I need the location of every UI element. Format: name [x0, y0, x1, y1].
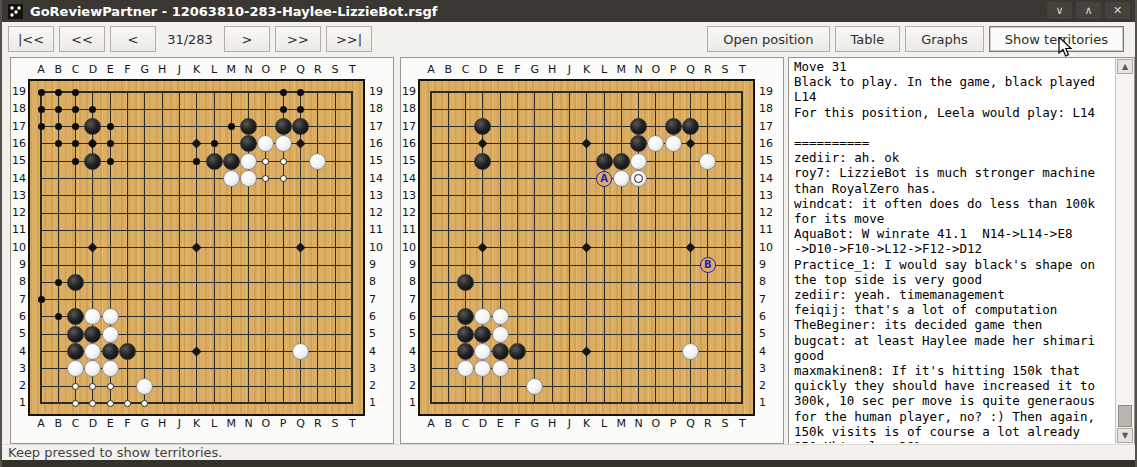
coord-number-15-left: 15 [401, 154, 416, 167]
grid-line [351, 91, 353, 404]
coord-number-4-left: 4 [11, 345, 26, 358]
window-controls: ∨ ∧ ✕ [1047, 2, 1130, 19]
app-window: GoReviewPartner - 12063810-283-Haylee-Li… [0, 0, 1137, 467]
territory-dot-white-G1 [141, 400, 148, 407]
coord-number-13-left: 13 [401, 189, 416, 202]
scrollbar-thumb[interactable] [1118, 405, 1132, 427]
maximize-window-button[interactable]: ∧ [1076, 2, 1101, 19]
stone-black-L15 [206, 153, 223, 170]
stone-black-L15 [596, 153, 613, 170]
stone-black-N16 [630, 135, 647, 152]
coord-number-9-right: 9 [369, 258, 389, 271]
coord-number-2-left: 2 [401, 379, 416, 392]
coord-letter-J-bottom: J [560, 417, 578, 430]
coord-number-15-right: 15 [759, 154, 779, 167]
go-board-surface[interactable]: AB [418, 79, 755, 416]
territory-dot-white-E2 [107, 383, 114, 390]
coord-number-1-right: 1 [759, 396, 779, 409]
coord-number-8-right: 8 [759, 275, 779, 288]
grid-line [707, 91, 708, 404]
stone-white-D3 [474, 360, 491, 377]
coord-number-6-right: 6 [759, 310, 779, 323]
stone-white-P16 [275, 135, 292, 152]
coord-letter-K-bottom: K [188, 417, 206, 430]
coord-number-14-right: 14 [369, 172, 389, 185]
coord-number-5-left: 5 [401, 327, 416, 340]
coord-number-11-right: 11 [759, 223, 779, 236]
forward-10-moves-button[interactable]: >> [275, 26, 321, 52]
stone-black-C6 [67, 308, 84, 325]
grid-line [40, 299, 353, 300]
comment-scrollbar[interactable]: ▲ ▼ [1115, 58, 1134, 444]
coord-number-18-left: 18 [401, 102, 416, 115]
coord-letter-A-top: A [422, 63, 440, 76]
grid-line [40, 402, 353, 404]
stone-black-P17 [665, 118, 682, 135]
coord-number-11-left: 11 [11, 223, 26, 236]
coord-letter-L-top: L [205, 63, 223, 76]
coord-letter-T-top: T [733, 63, 751, 76]
coord-number-16-left: 16 [401, 137, 416, 150]
coord-letter-T-bottom: T [733, 417, 751, 430]
grid-line [40, 282, 353, 283]
territory-dot-black-C15 [72, 158, 79, 165]
territory-dot-black-P18 [280, 106, 287, 113]
coord-number-1-right: 1 [369, 396, 389, 409]
coord-number-19-right: 19 [369, 85, 389, 98]
coord-number-3-left: 3 [11, 362, 26, 375]
territory-dot-black-C19 [72, 89, 79, 96]
territory-dot-white-P15 [280, 158, 287, 165]
territory-dot-black-B18 [55, 106, 62, 113]
star-point [686, 139, 696, 149]
territory-dot-black-L16 [211, 140, 218, 147]
coord-number-16-right: 16 [369, 137, 389, 150]
coord-number-1-left: 1 [11, 396, 26, 409]
coord-letter-O-top: O [257, 63, 275, 76]
territory-dot-white-F1 [124, 400, 131, 407]
coord-number-17-right: 17 [369, 120, 389, 133]
comment-text: Move 31 Black to play. In the game, blac… [794, 59, 1116, 443]
coord-number-4-right: 4 [369, 345, 389, 358]
coord-number-13-right: 13 [759, 189, 779, 202]
coord-letter-J-bottom: J [170, 417, 188, 430]
coord-letter-D-top: D [474, 63, 492, 76]
coord-number-5-right: 5 [369, 327, 389, 340]
star-point [686, 243, 696, 253]
coord-number-17-left: 17 [401, 120, 416, 133]
coord-letter-Q-bottom: Q [292, 417, 310, 430]
grid-line [214, 91, 215, 404]
stone-black-Q17 [682, 118, 699, 135]
coord-letter-A-bottom: A [422, 417, 440, 430]
territory-dot-black-B17 [55, 123, 62, 130]
coord-letter-E-top: E [491, 63, 509, 76]
grid-line [430, 265, 743, 266]
territory-dot-black-C16 [72, 140, 79, 147]
coord-letter-G-bottom: G [526, 417, 544, 430]
coord-letter-K-top: K [188, 63, 206, 76]
coord-letter-F-bottom: F [509, 417, 527, 430]
territory-dot-black-C17 [72, 123, 79, 130]
stone-white-R15 [699, 153, 716, 170]
coord-letter-E-bottom: E [101, 417, 119, 430]
territory-dot-white-C1 [72, 400, 79, 407]
coord-letter-P-bottom: P [664, 417, 682, 430]
stone-white-E6 [102, 308, 119, 325]
coord-letter-L-bottom: L [595, 417, 613, 430]
coord-number-14-left: 14 [11, 172, 26, 185]
close-window-button[interactable]: ✕ [1105, 2, 1130, 19]
go-board-surface[interactable] [28, 79, 365, 416]
stone-black-M15 [223, 153, 240, 170]
coord-letter-C-top: C [457, 63, 475, 76]
analysis-go-board: AB AA1919BB1818CC1717DD1616EE1515FF1414G… [401, 58, 783, 443]
coord-letter-S-top: S [716, 63, 734, 76]
coord-number-6-right: 6 [369, 310, 389, 323]
toolbar: |<< << < 31/283 > >> >>| Open position T… [2, 22, 1135, 56]
coord-letter-P-top: P [274, 63, 292, 76]
coord-letter-B-bottom: B [439, 417, 457, 430]
coord-number-4-left: 4 [401, 345, 416, 358]
stone-white-M14 [223, 170, 240, 187]
coord-letter-G-top: G [136, 63, 154, 76]
stone-black-D5 [474, 326, 491, 343]
coord-number-12-left: 12 [401, 206, 416, 219]
territory-dot-white-P14 [280, 175, 287, 182]
coord-number-10-left: 10 [401, 241, 416, 254]
coord-letter-C-top: C [67, 63, 85, 76]
grid-line [335, 91, 336, 404]
coord-letter-C-bottom: C [67, 417, 85, 430]
territory-dot-black-D18 [89, 106, 96, 113]
coord-letter-O-bottom: O [257, 417, 275, 430]
stone-white-E3 [492, 360, 509, 377]
coord-letter-H-top: H [153, 63, 171, 76]
goto-first-move-button[interactable]: |<< [8, 26, 54, 52]
coord-letter-E-top: E [101, 63, 119, 76]
stone-black-C8 [457, 274, 474, 291]
stone-white-P16 [665, 135, 682, 152]
show-territories-button[interactable]: Show territories [989, 26, 1124, 52]
coord-number-7-left: 7 [11, 293, 26, 306]
coord-number-11-right: 11 [369, 223, 389, 236]
coord-number-7-right: 7 [759, 293, 779, 306]
coord-number-9-right: 9 [759, 258, 779, 271]
coord-letter-G-bottom: G [136, 417, 154, 430]
coord-letter-R-top: R [309, 63, 327, 76]
goto-last-move-button[interactable]: >>| [326, 26, 372, 52]
stone-white-D6 [474, 308, 491, 325]
stone-white-E5 [102, 326, 119, 343]
grid-line [430, 282, 743, 283]
coord-number-6-left: 6 [11, 310, 26, 323]
stone-black-E4 [102, 343, 119, 360]
grid-line [231, 91, 232, 404]
analysis-board-panel: AB AA1919BB1818CC1717DD1616EE1515FF1414G… [400, 57, 784, 444]
territory-dot-black-A19 [38, 89, 45, 96]
coord-number-8-left: 8 [401, 275, 416, 288]
star-point [582, 347, 592, 357]
coord-letter-T-bottom: T [343, 417, 361, 430]
star-point [192, 139, 202, 149]
coord-number-3-right: 3 [369, 362, 389, 375]
grid-line [725, 91, 726, 404]
stone-black-E4 [492, 343, 509, 360]
grid-line [430, 402, 743, 404]
territory-dot-white-C2 [72, 383, 79, 390]
coord-number-11-left: 11 [401, 223, 416, 236]
grid-line [741, 91, 743, 404]
coord-letter-J-top: J [170, 63, 188, 76]
open-position-button[interactable]: Open position [707, 26, 829, 52]
territory-dot-black-A7 [38, 296, 45, 303]
back-one-move-button[interactable]: < [110, 26, 156, 52]
territory-dot-black-B19 [55, 89, 62, 96]
stone-black-D15 [84, 153, 101, 170]
coord-number-9-left: 9 [401, 258, 416, 271]
coord-number-15-right: 15 [369, 154, 389, 167]
stone-black-M15 [613, 153, 630, 170]
coord-letter-R-bottom: R [309, 417, 327, 430]
coord-letter-D-bottom: D [84, 417, 102, 430]
coord-number-4-right: 4 [759, 345, 779, 358]
stone-black-N17 [630, 118, 647, 135]
coord-number-10-right: 10 [759, 241, 779, 254]
stone-black-D17 [474, 118, 491, 135]
coord-letter-A-bottom: A [32, 417, 50, 430]
stone-black-D5 [84, 326, 101, 343]
scroll-up-arrow[interactable]: ▲ [1117, 59, 1133, 74]
star-point [296, 139, 306, 149]
stone-white-M14 [613, 170, 630, 187]
coord-letter-O-top: O [647, 63, 665, 76]
coord-letter-S-bottom: S [716, 417, 734, 430]
territory-dot-black-P19 [280, 89, 287, 96]
coord-number-8-right: 8 [369, 275, 389, 288]
coord-number-14-right: 14 [759, 172, 779, 185]
coord-number-12-right: 12 [369, 206, 389, 219]
grid-line [430, 299, 743, 300]
coord-letter-N-top: N [630, 63, 648, 76]
coord-number-15-left: 15 [11, 154, 26, 167]
coord-number-9-left: 9 [11, 258, 26, 271]
variation-label-A: A [596, 171, 612, 187]
action-buttons: Open position Table Graphs Show territor… [707, 26, 1129, 52]
stone-white-O16 [647, 135, 664, 152]
coord-letter-B-top: B [49, 63, 67, 76]
stone-white-E3 [102, 360, 119, 377]
stone-black-C8 [67, 274, 84, 291]
title-bar: GoReviewPartner - 12063810-283-Haylee-Li… [2, 0, 1135, 22]
territory-dot-black-C18 [72, 106, 79, 113]
coord-letter-Q-bottom: Q [682, 417, 700, 430]
coord-letter-K-top: K [578, 63, 596, 76]
back-10-moves-button[interactable]: << [59, 26, 105, 52]
territory-dot-black-Q19 [297, 89, 304, 96]
grid-line [317, 91, 318, 404]
territory-dot-black-B8 [55, 279, 62, 286]
coord-letter-R-bottom: R [699, 417, 717, 430]
coord-letter-D-top: D [84, 63, 102, 76]
coord-number-3-left: 3 [401, 362, 416, 375]
stone-white-D4 [84, 343, 101, 360]
coord-number-18-right: 18 [759, 102, 779, 115]
coord-number-19-left: 19 [401, 85, 416, 98]
coord-number-17-right: 17 [759, 120, 779, 133]
coord-number-13-right: 13 [369, 189, 389, 202]
stone-white-E6 [492, 308, 509, 325]
stone-white-N15 [240, 153, 257, 170]
stone-white-Q4 [682, 343, 699, 360]
table-button[interactable]: Table [835, 26, 901, 52]
window-bottom-edge [2, 460, 1135, 467]
territory-dot-black-E15 [107, 158, 114, 165]
grid-line [621, 91, 622, 404]
coord-number-17-left: 17 [11, 120, 26, 133]
star-point [192, 243, 202, 253]
move-counter: 31/283 [161, 32, 219, 47]
coord-letter-G-top: G [526, 63, 544, 76]
coord-letter-T-top: T [343, 63, 361, 76]
coord-number-14-left: 14 [401, 172, 416, 185]
stone-white-C3 [67, 360, 84, 377]
coord-number-6-left: 6 [401, 310, 416, 323]
stone-black-P17 [275, 118, 292, 135]
coord-letter-S-top: S [326, 63, 344, 76]
stone-black-C4 [457, 343, 474, 360]
stone-black-D15 [474, 153, 491, 170]
coord-letter-L-top: L [595, 63, 613, 76]
graphs-button[interactable]: Graphs [905, 26, 984, 52]
coord-letter-J-top: J [560, 63, 578, 76]
grid-line [40, 386, 353, 387]
coord-number-18-left: 18 [11, 102, 26, 115]
coord-number-12-right: 12 [759, 206, 779, 219]
territory-dot-black-E17 [107, 123, 114, 130]
forward-one-move-button[interactable]: > [224, 26, 270, 52]
territory-dot-black-B16 [55, 140, 62, 147]
coord-number-12-left: 12 [11, 206, 26, 219]
coord-number-5-left: 5 [11, 327, 26, 340]
window-title: GoReviewPartner - 12063810-283-Haylee-Li… [30, 4, 437, 19]
shade-window-button[interactable]: ∨ [1047, 2, 1072, 19]
coord-number-1-left: 1 [401, 396, 416, 409]
coord-number-10-right: 10 [369, 241, 389, 254]
coord-letter-D-bottom: D [474, 417, 492, 430]
star-point [88, 243, 98, 253]
grid-line [604, 91, 605, 404]
star-point [478, 243, 488, 253]
coord-number-16-left: 16 [11, 137, 26, 150]
coord-number-19-right: 19 [759, 85, 779, 98]
territory-dot-black-M17 [228, 123, 235, 130]
coord-letter-R-top: R [699, 63, 717, 76]
coord-letter-P-top: P [664, 63, 682, 76]
stone-black-F4 [119, 343, 136, 360]
stone-black-C5 [457, 326, 474, 343]
territory-dot-black-B6 [55, 313, 62, 320]
coord-letter-N-top: N [240, 63, 258, 76]
stone-white-D4 [474, 343, 491, 360]
main-board-panel: AA1919BB1818CC1717DD1616EE1515FF1414GG13… [10, 57, 394, 444]
coord-letter-H-top: H [543, 63, 561, 76]
territory-dot-white-O15 [262, 158, 269, 165]
territory-dot-black-E16 [107, 140, 114, 147]
coord-number-13-left: 13 [11, 189, 26, 202]
coord-letter-B-bottom: B [49, 417, 67, 430]
coord-letter-M-bottom: M [612, 417, 630, 430]
grid-line [40, 265, 353, 266]
stone-white-R15 [309, 153, 326, 170]
coord-number-18-right: 18 [369, 102, 389, 115]
main-go-board: AA1919BB1818CC1717DD1616EE1515FF1414GG13… [11, 58, 393, 443]
coord-letter-Q-top: Q [292, 63, 310, 76]
stone-black-C6 [457, 308, 474, 325]
territory-dot-black-K15 [193, 158, 200, 165]
grid-line [430, 386, 743, 387]
coord-letter-O-bottom: O [647, 417, 665, 430]
stone-white-E5 [492, 326, 509, 343]
stone-black-N17 [240, 118, 257, 135]
coord-number-8-left: 8 [11, 275, 26, 288]
coord-number-19-left: 19 [11, 85, 26, 98]
coord-letter-S-bottom: S [326, 417, 344, 430]
territory-dot-white-E1 [107, 400, 114, 407]
territory-dot-black-Q18 [297, 106, 304, 113]
territory-dot-white-O14 [262, 175, 269, 182]
star-point [582, 139, 592, 149]
coord-number-5-right: 5 [759, 327, 779, 340]
stone-black-N16 [240, 135, 257, 152]
territory-dot-black-D16 [89, 140, 96, 147]
coord-letter-M-bottom: M [222, 417, 240, 430]
stone-black-C4 [67, 343, 84, 360]
comment-panel: Move 31 Black to play. In the game, blac… [788, 57, 1135, 445]
coord-letter-C-bottom: C [457, 417, 475, 430]
stone-black-Q17 [292, 118, 309, 135]
coord-letter-N-bottom: N [240, 417, 258, 430]
coord-letter-M-top: M [612, 63, 630, 76]
stone-black-F4 [509, 343, 526, 360]
stone-white-C3 [457, 360, 474, 377]
stone-black-C5 [67, 326, 84, 343]
coord-letter-H-bottom: H [153, 417, 171, 430]
stone-white-N15 [630, 153, 647, 170]
coord-letter-M-top: M [222, 63, 240, 76]
coord-number-2-right: 2 [759, 379, 779, 392]
stone-white-G2 [136, 378, 153, 395]
coord-letter-E-bottom: E [491, 417, 509, 430]
variation-label-B: B [700, 257, 716, 273]
stone-white-G2 [526, 378, 543, 395]
territory-dot-white-D1 [89, 400, 96, 407]
stone-white-D3 [84, 360, 101, 377]
coord-number-2-right: 2 [369, 379, 389, 392]
coord-letter-L-bottom: L [205, 417, 223, 430]
app-icon [8, 4, 23, 19]
territory-dot-black-A18 [38, 106, 45, 113]
star-point [192, 347, 202, 357]
coord-letter-F-top: F [119, 63, 137, 76]
star-point [582, 243, 592, 253]
coord-letter-F-top: F [509, 63, 527, 76]
coord-number-2-left: 2 [11, 379, 26, 392]
coord-letter-B-top: B [439, 63, 457, 76]
coord-letter-H-bottom: H [543, 417, 561, 430]
scroll-down-arrow[interactable]: ▼ [1117, 428, 1133, 443]
star-point [478, 139, 488, 149]
